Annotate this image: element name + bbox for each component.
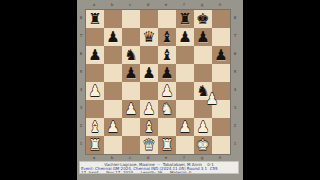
square-g1: ♚ [194,136,212,154]
square-b1 [104,136,122,154]
rank-label-7: 7 [78,27,84,45]
white-king-g1: ♚ [194,136,212,154]
square-c6: ♞ [122,46,140,64]
file-label-d: d [139,154,157,161]
rank-labels-left: 87654321 [78,9,84,153]
square-h2 [212,118,230,136]
white-rook-a1: ♜ [86,136,104,154]
black-rook-a8: ♜ [86,10,104,28]
black-pawn-c5: ♟ [122,64,140,82]
white-queen-d1: ♛ [140,136,158,154]
square-d3: ♟ [140,100,158,118]
square-d4 [140,82,158,100]
white-pawn-a4: ♟ [86,82,104,100]
white-pawn-d3: ♟ [140,100,158,118]
square-a7 [86,28,104,46]
file-label-e: e [157,1,175,8]
square-h6: ♟ [212,46,230,64]
square-f5 [176,64,194,82]
white-knight-e3: ♞ [158,100,176,118]
black-pawn-f7: ♟ [176,28,194,46]
rank-label-2: 2 [78,117,84,135]
square-f3 [176,100,194,118]
square-c1 [122,136,140,154]
square-e2 [158,118,176,136]
square-a2: ♝ [86,118,104,136]
white-bishop-d2: ♝ [140,118,158,136]
black-pawn-d5: ♟ [140,64,158,82]
square-f4 [176,82,194,100]
square-c8 [122,10,140,28]
square-e6: ♝ [158,46,176,64]
rank-label-4: 4 [232,81,238,99]
file-label-g: g [193,1,211,8]
square-d7: ♛ [140,28,158,46]
black-bishop-e6: ♝ [158,46,176,64]
white-pawn-e4: ♟ [158,82,176,100]
rank-label-6: 6 [232,45,238,63]
file-label-c: c [121,1,139,8]
black-knight-c6: ♞ [122,46,140,64]
rank-label-6: 6 [78,45,84,63]
square-b7: ♟ [104,28,122,46]
square-g7: ♟ [194,28,212,46]
video-frame: abcdefgh 87654321 ♟ ♜♜♚♟♛♝♟♟♟♞♝♟♟♟♟♟♟♞♟♟… [0,0,320,180]
square-g8: ♚ [194,10,212,28]
square-e3: ♞ [158,100,176,118]
rank-labels-right: 87654321 [232,9,238,153]
black-pawn-a6: ♟ [86,46,104,64]
file-label-f: f [175,1,193,8]
square-c3: ♟ [122,100,140,118]
move-info-line: 17. hxg4 Nov 17, 2024 Length: 36 Materia… [81,171,237,174]
square-a6: ♟ [86,46,104,64]
square-g2: ♟ [194,118,212,136]
rank-label-8: 8 [232,9,238,27]
square-h8 [212,10,230,28]
rank-label-2: 2 [232,117,238,135]
square-b6 [104,46,122,64]
white-rook-e1: ♜ [158,136,176,154]
square-e8 [158,10,176,28]
file-label-b: b [103,154,121,161]
rank-label-4: 4 [78,81,84,99]
square-h7 [212,28,230,46]
white-bishop-a2: ♝ [86,118,104,136]
rank-label-1: 1 [78,135,84,153]
black-rook-f8: ♜ [176,10,194,28]
square-h5 [212,64,230,82]
square-c4 [122,82,140,100]
rank-label-5: 5 [78,63,84,81]
square-a4: ♟ [86,82,104,100]
file-label-a: a [85,154,103,161]
square-d5: ♟ [140,64,158,82]
square-f6 [176,46,194,64]
square-f2: ♟ [176,118,194,136]
square-c2 [122,118,140,136]
chess-board: ♟ ♜♜♚♟♛♝♟♟♟♞♝♟♟♟♟♟♟♞♟♟♞♝♟♝♟♟♜♛♜♚ [85,9,231,155]
square-f7: ♟ [176,28,194,46]
square-a5 [86,64,104,82]
square-h1 [212,136,230,154]
black-queen-d7: ♛ [140,28,158,46]
rank-label-7: 7 [232,27,238,45]
file-label-c: c [121,154,139,161]
black-bishop-e7: ♝ [158,28,176,46]
square-g6 [194,46,212,64]
file-label-h: h [211,154,229,161]
game-info-caption: Vachier-Lagrave, Maxime -- Tabatabaei, M… [79,161,239,174]
square-b3 [104,100,122,118]
square-e1: ♜ [158,136,176,154]
square-f1 [176,136,194,154]
rank-label-3: 3 [232,99,238,117]
square-b5 [104,64,122,82]
black-pawn-g7: ♟ [194,28,212,46]
black-pawn-h6: ♟ [212,46,230,64]
square-d8 [140,10,158,28]
square-c7 [122,28,140,46]
white-pawn-f2: ♟ [176,118,194,136]
file-label-d: d [139,1,157,8]
moving-white-pawn-hxg4: ♟ [203,90,221,108]
square-a8: ♜ [86,10,104,28]
black-pawn-b7: ♟ [104,28,122,46]
file-label-b: b [103,1,121,8]
file-label-h: h [211,1,229,8]
white-pawn-g2: ♟ [194,118,212,136]
board-panel: abcdefgh 87654321 ♟ ♜♜♚♟♛♝♟♟♟♞♝♟♟♟♟♟♟♞♟♟… [77,0,243,180]
white-pawn-b2: ♟ [104,118,122,136]
rank-label-1: 1 [232,135,238,153]
square-b8 [104,10,122,28]
square-g5 [194,64,212,82]
square-f8: ♜ [176,10,194,28]
square-d2: ♝ [140,118,158,136]
square-a3 [86,100,104,118]
file-label-f: f [175,154,193,161]
square-b4 [104,82,122,100]
square-e4: ♟ [158,82,176,100]
black-pawn-e5: ♟ [158,64,176,82]
rank-label-8: 8 [78,9,84,27]
square-c5: ♟ [122,64,140,82]
file-label-e: e [157,154,175,161]
file-labels-top: abcdefgh [85,1,229,8]
file-label-g: g [193,154,211,161]
square-d6 [140,46,158,64]
square-d1: ♛ [140,136,158,154]
square-e7: ♝ [158,28,176,46]
rank-label-3: 3 [78,99,84,117]
rank-label-5: 5 [232,63,238,81]
square-b2: ♟ [104,118,122,136]
square-a1: ♜ [86,136,104,154]
white-pawn-c3: ♟ [122,100,140,118]
black-king-g8: ♚ [194,10,212,28]
square-e5: ♟ [158,64,176,82]
file-labels-bottom: abcdefgh [85,154,229,161]
file-label-a: a [85,1,103,8]
